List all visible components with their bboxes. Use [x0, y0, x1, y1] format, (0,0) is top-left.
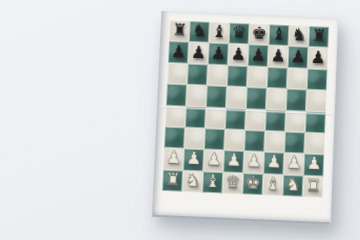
square-f5[interactable]	[266, 88, 287, 110]
square-b1[interactable]: ♞	[182, 170, 203, 192]
piece-black-pawn[interactable]: ♟	[171, 42, 187, 59]
square-e4[interactable]	[245, 108, 266, 130]
piece-black-pawn[interactable]: ♟	[250, 45, 266, 63]
piece-black-pawn[interactable]: ♟	[310, 48, 326, 66]
piece-black-knight[interactable]: ♞	[291, 26, 307, 43]
piece-white-pawn[interactable]: ♟	[286, 154, 302, 172]
square-c1[interactable]: ♝	[202, 171, 223, 193]
square-f3[interactable]	[264, 131, 285, 153]
piece-white-bishop[interactable]: ♝	[265, 174, 281, 192]
piece-white-pawn[interactable]: ♟	[266, 153, 282, 171]
square-d1[interactable]: ♛	[222, 172, 243, 194]
square-a3[interactable]	[164, 127, 185, 149]
square-e6[interactable]	[247, 66, 268, 88]
square-h1[interactable]: ♜	[303, 175, 324, 197]
piece-white-bishop[interactable]: ♝	[205, 172, 221, 190]
square-h3[interactable]	[304, 132, 325, 154]
square-b4[interactable]	[185, 106, 206, 128]
square-f6[interactable]	[267, 67, 288, 89]
square-e1[interactable]: ♚	[242, 173, 263, 195]
piece-black-rook[interactable]: ♜	[311, 27, 327, 44]
piece-white-knight[interactable]: ♞	[285, 175, 301, 193]
square-d7[interactable]: ♟	[228, 44, 249, 66]
piece-white-king[interactable]: ♚	[245, 174, 261, 192]
piece-black-queen[interactable]: ♛	[231, 23, 247, 40]
square-c5[interactable]	[206, 86, 227, 108]
square-g8[interactable]: ♞	[288, 25, 309, 47]
square-b3[interactable]	[184, 127, 205, 149]
square-e2[interactable]: ♟	[243, 151, 264, 173]
square-d4[interactable]	[225, 108, 246, 130]
square-g7[interactable]: ♟	[288, 46, 309, 68]
piece-white-queen[interactable]: ♛	[225, 173, 241, 191]
piece-white-pawn[interactable]: ♟	[206, 150, 222, 168]
square-d8[interactable]: ♛	[229, 23, 250, 45]
board-grid: ♜♞♝♛♚♝♞♜♟♟♟♟♟♟♟♟♟♟♟♟♟♟♟♟♜♞♝♛♚♝♞♜	[162, 20, 329, 197]
square-a8[interactable]: ♜	[169, 20, 190, 42]
square-e8[interactable]: ♚	[249, 24, 270, 46]
square-c6[interactable]	[207, 64, 228, 86]
square-b6[interactable]	[187, 63, 208, 85]
piece-white-pawn[interactable]: ♟	[186, 150, 202, 168]
square-f7[interactable]: ♟	[268, 46, 289, 68]
piece-white-rook[interactable]: ♜	[165, 170, 181, 188]
square-f8[interactable]: ♝	[269, 24, 290, 46]
square-a7[interactable]: ♟	[168, 41, 189, 63]
piece-white-rook[interactable]: ♜	[305, 176, 321, 194]
photo-background: ♜♞♝♛♚♝♞♜♟♟♟♟♟♟♟♟♟♟♟♟♟♟♟♟♜♞♝♛♚♝♞♜	[0, 0, 360, 240]
square-g6[interactable]	[287, 68, 308, 90]
piece-white-pawn[interactable]: ♟	[246, 152, 262, 170]
square-h5[interactable]	[306, 90, 327, 112]
piece-black-rook[interactable]: ♜	[171, 21, 187, 38]
square-b7[interactable]: ♟	[188, 42, 209, 64]
piece-white-pawn[interactable]: ♟	[306, 155, 322, 173]
square-g5[interactable]	[286, 89, 307, 111]
square-d3[interactable]	[224, 129, 245, 151]
square-g4[interactable]	[285, 110, 306, 132]
square-h8[interactable]: ♜	[308, 26, 329, 48]
square-b2[interactable]: ♟	[183, 149, 204, 171]
square-e5[interactable]	[246, 87, 267, 109]
square-c7[interactable]: ♟	[208, 43, 229, 65]
piece-black-bishop[interactable]: ♝	[271, 25, 287, 42]
square-a1[interactable]: ♜	[162, 169, 183, 191]
square-f1[interactable]: ♝	[262, 174, 283, 196]
square-e7[interactable]: ♟	[248, 45, 269, 67]
square-d2[interactable]: ♟	[223, 150, 244, 172]
square-h2[interactable]: ♟	[303, 154, 324, 176]
square-c8[interactable]: ♝	[209, 22, 230, 44]
square-a4[interactable]	[165, 105, 186, 127]
piece-black-pawn[interactable]: ♟	[210, 44, 226, 62]
square-f2[interactable]: ♟	[263, 152, 284, 174]
square-a2[interactable]: ♟	[163, 148, 184, 170]
piece-white-knight[interactable]: ♞	[185, 171, 201, 189]
piece-black-pawn[interactable]: ♟	[190, 43, 206, 61]
square-d6[interactable]	[227, 65, 248, 87]
piece-black-bishop[interactable]: ♝	[211, 23, 227, 40]
square-b8[interactable]: ♞	[189, 21, 210, 43]
square-a5[interactable]	[166, 84, 187, 106]
square-h6[interactable]	[307, 68, 328, 90]
square-a6[interactable]	[167, 63, 188, 85]
piece-black-pawn[interactable]: ♟	[290, 47, 306, 65]
piece-white-pawn[interactable]: ♟	[166, 149, 182, 167]
square-h7[interactable]: ♟	[308, 47, 329, 69]
chess-board: ♜♞♝♛♚♝♞♜♟♟♟♟♟♟♟♟♟♟♟♟♟♟♟♟♜♞♝♛♚♝♞♜	[152, 11, 339, 224]
piece-black-pawn[interactable]: ♟	[270, 46, 286, 64]
square-g1[interactable]: ♞	[282, 174, 303, 196]
piece-white-pawn[interactable]: ♟	[226, 151, 242, 169]
square-c4[interactable]	[205, 107, 226, 129]
square-g2[interactable]: ♟	[283, 153, 304, 175]
square-b5[interactable]	[186, 85, 207, 107]
square-g3[interactable]	[284, 132, 305, 154]
piece-black-pawn[interactable]: ♟	[230, 45, 246, 63]
square-d5[interactable]	[226, 86, 247, 108]
square-c3[interactable]	[204, 128, 225, 150]
square-h4[interactable]	[305, 111, 326, 133]
piece-black-knight[interactable]: ♞	[191, 22, 207, 39]
piece-black-king[interactable]: ♚	[251, 24, 267, 41]
square-e3[interactable]	[244, 130, 265, 152]
square-c2[interactable]: ♟	[203, 150, 224, 172]
square-f4[interactable]	[265, 109, 286, 131]
